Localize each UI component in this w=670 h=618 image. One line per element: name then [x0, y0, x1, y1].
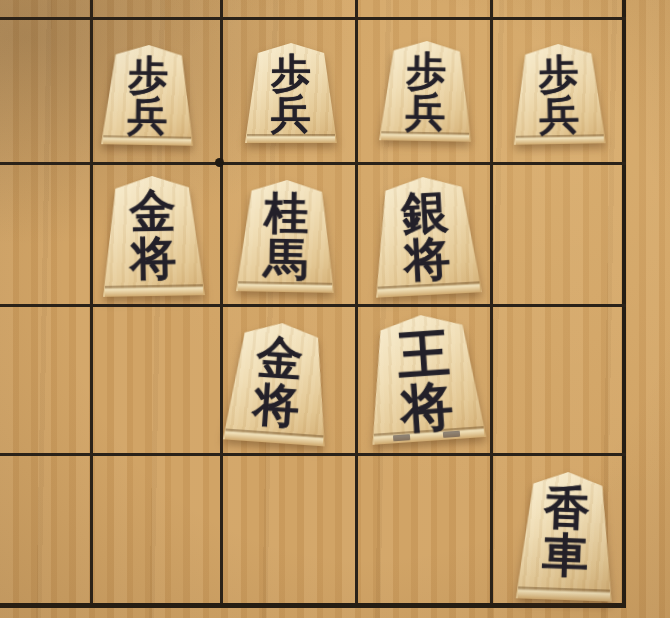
square-5g[interactable]: [0, 162, 90, 304]
kanji-character: 馬: [263, 236, 308, 282]
kanji-character: 兵: [539, 95, 580, 137]
piece-body: 銀将: [370, 174, 482, 297]
square-4i[interactable]: [90, 453, 220, 603]
piece-kanji-keima: 桂馬: [236, 190, 336, 282]
kanji-character: 歩: [406, 51, 447, 93]
kanji-character: 将: [252, 381, 301, 431]
kanji-character: 歩: [128, 55, 169, 97]
kanji-character: 香: [543, 484, 591, 533]
piece-kanji-fuhyo: 歩兵: [379, 50, 472, 134]
piece-body: 歩兵: [101, 44, 195, 146]
kanji-character: 桂: [264, 191, 309, 237]
kanji-character: 兵: [271, 94, 311, 135]
piece-base-edge: [105, 284, 203, 297]
square-3i[interactable]: [220, 453, 355, 603]
piece-silver-2g[interactable]: 銀将: [370, 174, 482, 297]
kanji-character: 車: [541, 531, 589, 580]
piece-body: 桂馬: [236, 179, 336, 293]
kanji-character: 将: [403, 235, 451, 285]
piece-body: 歩兵: [245, 43, 337, 143]
piece-pawn-2f[interactable]: 歩兵: [379, 40, 473, 142]
square-1g[interactable]: [490, 162, 622, 304]
piece-knight-3g[interactable]: 桂馬: [236, 179, 336, 293]
kanji-character: 歩: [538, 54, 579, 96]
kanji-character: 将: [130, 235, 177, 283]
piece-pawn-3f[interactable]: 歩兵: [245, 43, 337, 143]
piece-gold-3h[interactable]: 金将: [223, 320, 333, 447]
piece-body: 王将: [364, 311, 487, 445]
square-5i[interactable]: [0, 453, 90, 603]
kanji-character: 銀: [401, 188, 449, 238]
piece-kanji-kyosha: 香車: [517, 483, 616, 581]
piece-kanji-fuhyo: 歩兵: [101, 54, 194, 138]
piece-kanji-fuhyo: 歩兵: [512, 53, 605, 137]
kanji-character: 歩: [271, 53, 311, 94]
kanji-character: 兵: [405, 92, 446, 134]
piece-body: 金将: [101, 175, 205, 297]
kanji-character: 将: [399, 379, 455, 436]
board-bottom-edge-line: [0, 603, 626, 608]
piece-body: 歩兵: [379, 40, 473, 142]
kanji-character: 金: [129, 188, 176, 236]
piece-lance-1i[interactable]: 香車: [516, 470, 616, 601]
square-2i[interactable]: [355, 453, 490, 603]
kanji-character: 兵: [127, 96, 168, 138]
piece-body: 香車: [516, 470, 616, 601]
piece-body: 金将: [223, 320, 333, 447]
piece-kanji-kinsho: 金将: [101, 187, 205, 284]
piece-body: 歩兵: [512, 43, 606, 145]
kanji-character: 金: [255, 334, 304, 384]
piece-gold-4g[interactable]: 金将: [101, 175, 205, 297]
piece-kanji-ginsho: 銀将: [371, 186, 482, 286]
piece-king-2h[interactable]: 王将: [364, 311, 487, 445]
square-1h[interactable]: [490, 304, 622, 453]
piece-kanji-osho: 王将: [365, 324, 486, 439]
piece-pawn-1f[interactable]: 歩兵: [512, 43, 606, 145]
piece-kanji-kinsho: 金将: [224, 332, 332, 434]
square-5f[interactable]: [0, 17, 90, 162]
square-5h[interactable]: [0, 304, 90, 453]
piece-kanji-fuhyo: 歩兵: [245, 53, 337, 135]
kanji-character: 王: [396, 326, 452, 383]
piece-pawn-4f[interactable]: 歩兵: [101, 44, 195, 146]
square-4h[interactable]: [90, 304, 220, 453]
shogi-board: 歩兵歩兵歩兵歩兵金将桂馬銀将金将王将香車: [0, 0, 670, 618]
